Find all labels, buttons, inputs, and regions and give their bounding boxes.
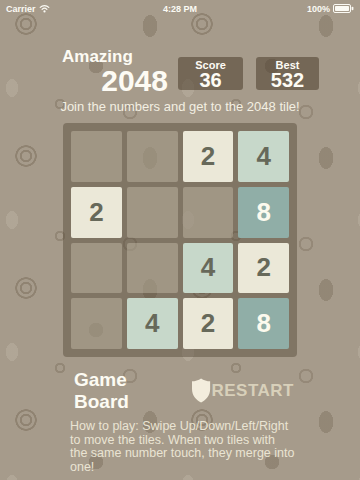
empty-cell: [183, 187, 234, 238]
tile-2: 2: [71, 187, 122, 238]
board-label: Game Board: [74, 369, 182, 413]
empty-cell: [71, 131, 122, 182]
board-grid[interactable]: 242842428: [63, 123, 297, 357]
instructions: How to play: Swipe Up/Down/Left/Rightto …: [63, 420, 297, 474]
game-title: 2048: [62, 66, 168, 96]
tile-2: 2: [183, 298, 234, 349]
rank-label: Amazing: [62, 48, 168, 65]
status-bar: Carrier 4:28 PM 100%: [0, 0, 360, 16]
title-block: Amazing 2048: [62, 48, 168, 96]
empty-cell: [71, 243, 122, 294]
instructions-line: How to play: Swipe Up/Down/Left/Right: [70, 420, 297, 434]
tile-4: 4: [183, 243, 234, 294]
goal-subtitle: Join the numbers and get to the 2048 til…: [0, 99, 360, 114]
tile-8: 8: [238, 187, 289, 238]
best-box: Best 532: [256, 57, 319, 90]
empty-cell: [127, 187, 178, 238]
app-screen: Carrier 4:28 PM 100% Amazing 2048 Score …: [0, 0, 360, 480]
tile-8: 8: [238, 298, 289, 349]
shield-icon[interactable]: [191, 378, 211, 403]
tile-2: 2: [183, 131, 234, 182]
board-footer: Game Board RESTART: [64, 369, 296, 413]
header: Amazing 2048 Score 36 Best 532: [62, 48, 360, 96]
score-value: 36: [178, 71, 243, 90]
best-value: 532: [256, 71, 319, 90]
empty-cell: [127, 131, 178, 182]
restart-button[interactable]: RESTART: [211, 381, 294, 401]
tile-2: 2: [238, 243, 289, 294]
tile-4: 4: [238, 131, 289, 182]
tile-4: 4: [127, 298, 178, 349]
instructions-line: the same number touch, they merge into o…: [70, 447, 297, 474]
empty-cell: [127, 243, 178, 294]
score-box: Score 36: [178, 57, 243, 90]
empty-cell: [71, 298, 122, 349]
instructions-line: to move the tiles. When two tiles with: [70, 434, 297, 448]
clock: 4:28 PM: [0, 4, 360, 14]
